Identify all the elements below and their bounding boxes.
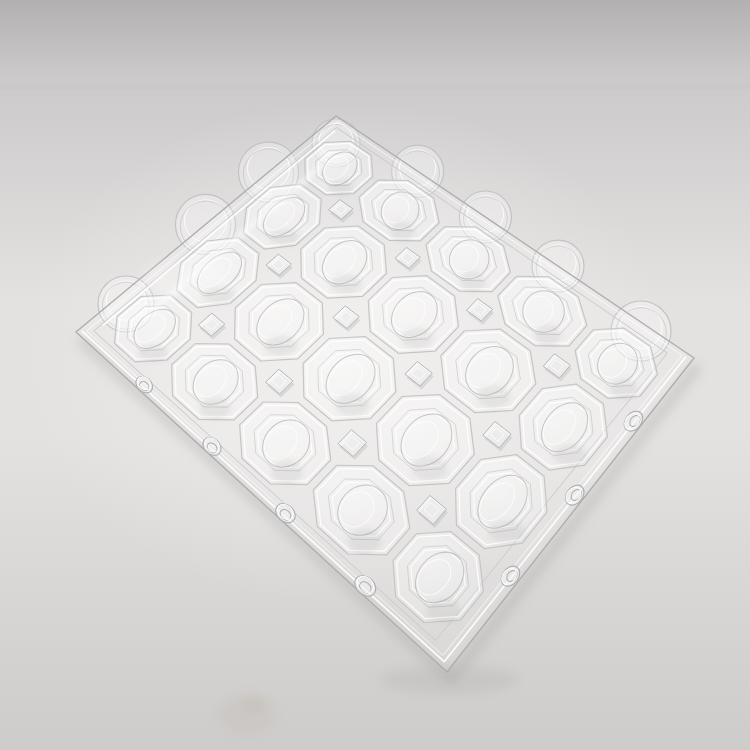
cavity-shadow [329,180,353,196]
cavity-shadow [348,528,381,553]
cavity-shadow [200,397,231,419]
product-photo-scene [0,0,750,750]
cavity-shadow [477,385,510,408]
surface-stain-small [241,695,265,713]
cavity-shadow [271,460,303,483]
cavity-shadow [331,274,362,294]
cavity-shadow [401,328,433,350]
cavity-shadow [460,271,485,292]
cavity-shadow [535,324,561,346]
cavity-shadow [411,456,447,480]
cavity-shadow [390,222,414,242]
egg-tray [0,0,750,750]
cavity-shadow [269,230,299,246]
cavity-shadow [610,379,637,399]
cavity-shadow [489,521,526,543]
cavity-shadow [138,345,168,362]
backdrop-seam [0,86,750,88]
cavity-shadow [264,336,298,357]
soft-glow [142,260,226,296]
cavity-shadow [426,599,460,622]
cavity-shadow [335,393,370,415]
cavity-shadow [553,444,587,465]
